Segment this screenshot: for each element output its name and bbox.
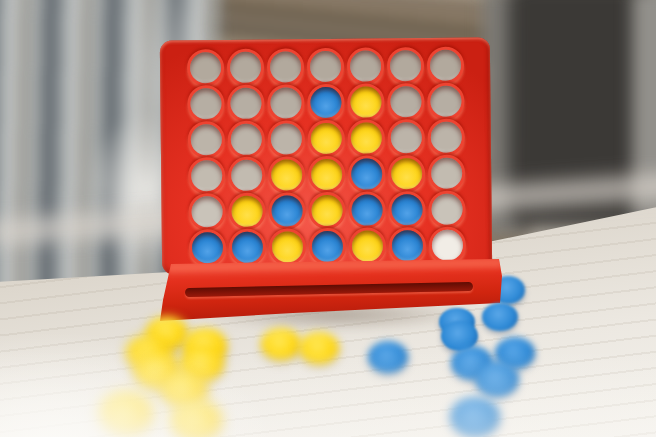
board-cell[interactable]: [306, 120, 346, 156]
board-cell[interactable]: [305, 84, 345, 120]
board-cell[interactable]: [186, 121, 226, 157]
board-cell[interactable]: [225, 85, 265, 121]
board-cell[interactable]: [425, 47, 465, 83]
blue-disc: [311, 230, 342, 261]
yellow-disc: [271, 231, 302, 262]
base-groove: [185, 282, 473, 297]
blue-disc: [391, 193, 422, 224]
board-cell[interactable]: [265, 48, 305, 84]
board-cell[interactable]: [266, 192, 306, 228]
loose-disc-blue: [368, 341, 408, 373]
loose-disc-blue: [475, 361, 519, 396]
empty-hole: [389, 50, 420, 81]
empty-hole: [430, 85, 461, 116]
board-cell[interactable]: [265, 84, 305, 120]
board-cell[interactable]: [346, 155, 386, 191]
empty-hole: [231, 159, 262, 190]
yellow-disc: [350, 122, 381, 153]
board-cell[interactable]: [345, 83, 385, 119]
board-cell[interactable]: [347, 227, 387, 263]
board-cell[interactable]: [346, 191, 386, 227]
empty-hole: [270, 87, 301, 118]
blue-disc: [351, 158, 382, 189]
loose-disc-yellow: [299, 332, 339, 364]
board-cell[interactable]: [307, 228, 347, 264]
board-cell[interactable]: [226, 157, 266, 193]
board-cell[interactable]: [266, 156, 306, 192]
board-cell[interactable]: [427, 227, 467, 263]
yellow-disc: [310, 122, 341, 153]
empty-hole: [229, 51, 260, 82]
board-cell[interactable]: [267, 228, 307, 264]
board-cell[interactable]: [385, 47, 425, 83]
board-cell[interactable]: [426, 155, 466, 191]
board-grid: [185, 47, 467, 266]
yellow-disc: [311, 158, 342, 189]
empty-hole: [190, 124, 221, 155]
board-cell[interactable]: [187, 229, 227, 265]
yellow-disc: [391, 157, 422, 188]
empty-hole: [190, 88, 221, 119]
yellow-disc: [311, 194, 342, 225]
empty-hole: [191, 160, 222, 191]
loose-disc-yellow: [261, 328, 301, 360]
blue-disc: [351, 194, 382, 225]
empty-hole: [390, 86, 421, 117]
board-cell[interactable]: [386, 155, 426, 191]
board-cell[interactable]: [345, 47, 385, 83]
empty-hole: [230, 87, 261, 118]
empty-hole: [349, 50, 380, 81]
yellow-disc: [271, 159, 302, 190]
empty-hole: [189, 52, 220, 83]
yellow-disc: [350, 86, 381, 117]
empty-hole: [230, 123, 261, 154]
loose-disc-yellow: [170, 400, 222, 437]
board-cell[interactable]: [227, 229, 267, 265]
connect-four-board: [160, 37, 492, 274]
empty-hole: [270, 123, 301, 154]
empty-hole: [269, 51, 300, 82]
board-cell[interactable]: [186, 157, 226, 193]
board-cell[interactable]: [387, 227, 427, 263]
yellow-disc: [351, 230, 382, 261]
blue-disc: [271, 195, 302, 226]
loose-disc-blue: [450, 397, 500, 437]
empty-hole: [431, 157, 462, 188]
board-cell[interactable]: [226, 193, 266, 229]
empty-hole: [390, 122, 421, 153]
board-cell[interactable]: [185, 85, 225, 121]
board-cell[interactable]: [305, 48, 345, 84]
board-cell[interactable]: [266, 120, 306, 156]
empty-hole: [431, 193, 462, 224]
empty-hole: [429, 49, 460, 80]
board-cell[interactable]: [185, 49, 225, 85]
board-cell[interactable]: [385, 83, 425, 119]
board-cell[interactable]: [225, 49, 265, 85]
board-cell[interactable]: [226, 121, 266, 157]
board-cell[interactable]: [386, 119, 426, 155]
board-cell[interactable]: [306, 192, 346, 228]
blue-disc: [310, 86, 341, 117]
connect-four-photo-scene: [0, 0, 656, 437]
board-cell[interactable]: [426, 191, 466, 227]
empty-hole: [431, 229, 462, 260]
blue-disc: [391, 229, 422, 260]
board-cell[interactable]: [346, 119, 386, 155]
loose-disc-yellow: [99, 392, 153, 435]
board-cell[interactable]: [306, 156, 346, 192]
board-cell[interactable]: [186, 193, 226, 229]
board-cell[interactable]: [386, 191, 426, 227]
empty-hole: [191, 196, 222, 227]
empty-hole: [430, 121, 461, 152]
empty-hole: [309, 50, 340, 81]
blue-disc: [231, 231, 262, 262]
board-cell[interactable]: [426, 119, 466, 155]
board-cell[interactable]: [425, 83, 465, 119]
loose-disc-blue: [482, 303, 518, 332]
yellow-disc: [231, 195, 262, 226]
blue-disc: [191, 232, 222, 263]
